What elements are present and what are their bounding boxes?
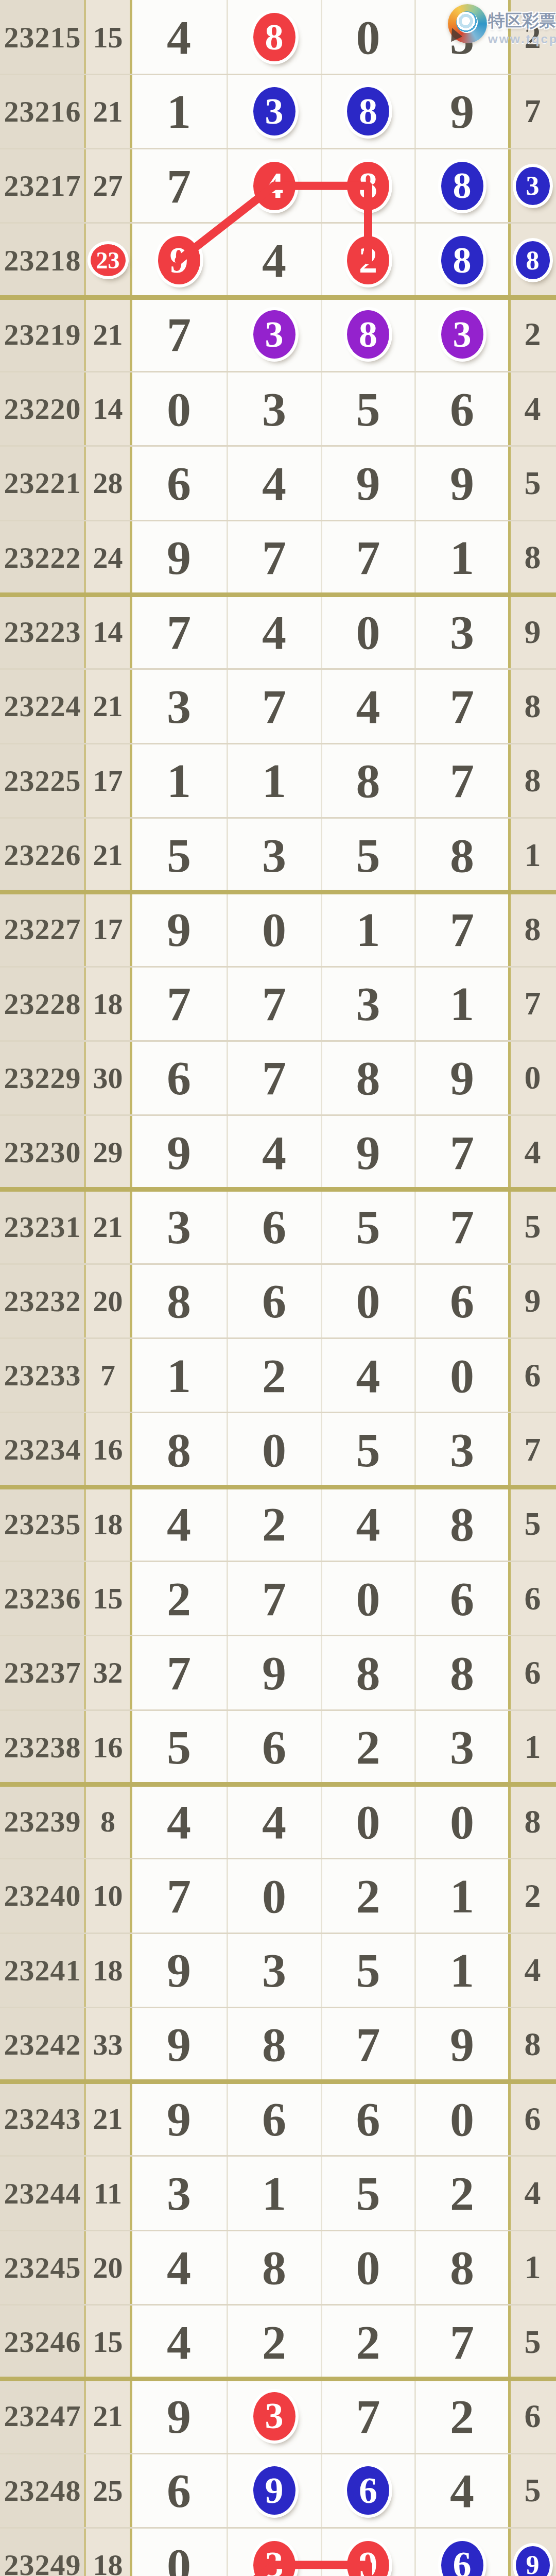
- site-watermark: 特区彩票网 www.tqcp.net: [443, 1, 556, 58]
- site-name: 特区彩票网: [488, 9, 556, 32]
- red-connector-line: [179, 186, 274, 260]
- lottery-trend-chart: 2321515480322321621138972321727748832321…: [0, 0, 556, 2576]
- site-url: www.tqcp.net: [488, 32, 556, 46]
- red-connector-line: [179, 2565, 274, 2576]
- red-connector-lines: [0, 0, 556, 2576]
- site-logo-icon: [448, 4, 487, 43]
- logo-swirl-center: [456, 11, 478, 33]
